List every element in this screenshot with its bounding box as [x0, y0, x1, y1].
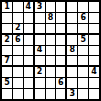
- cell-r7c7[interactable]: [67, 67, 77, 77]
- cell-r6c6[interactable]: [56, 56, 66, 66]
- cell-r4c4[interactable]: [35, 35, 45, 45]
- cell-r7c4[interactable]: 2: [35, 67, 45, 77]
- cell-r6c5[interactable]: [46, 56, 56, 66]
- cell-r8c5[interactable]: [46, 78, 56, 88]
- cell-r4c3[interactable]: [24, 35, 34, 45]
- cell-r8c2[interactable]: [13, 78, 23, 88]
- cell-r4c9[interactable]: [89, 35, 99, 45]
- cell-r5c9[interactable]: [89, 46, 99, 56]
- cell-r9c8[interactable]: [78, 89, 88, 99]
- cell-r8c9[interactable]: [89, 78, 99, 88]
- cell-r3c1[interactable]: [2, 24, 12, 34]
- cell-r3c7[interactable]: [67, 24, 77, 34]
- cell-r1c5[interactable]: [46, 2, 56, 12]
- cell-r5c1[interactable]: [2, 46, 12, 56]
- cell-r9c6[interactable]: [56, 89, 66, 99]
- cell-r8c3[interactable]: [24, 78, 34, 88]
- cell-r6c8[interactable]: [78, 56, 88, 66]
- cell-r5c6[interactable]: [56, 46, 66, 56]
- cell-r1c1[interactable]: 1: [2, 2, 12, 12]
- cell-r1c2[interactable]: [13, 2, 23, 12]
- cell-r6c9[interactable]: [89, 56, 99, 66]
- cell-r5c5[interactable]: [46, 46, 56, 56]
- cell-r4c1[interactable]: 2: [2, 35, 12, 45]
- cell-r8c7[interactable]: [67, 78, 77, 88]
- cell-r1c9[interactable]: [89, 2, 99, 12]
- cell-r7c8[interactable]: [78, 67, 88, 77]
- cell-r6c7[interactable]: [67, 56, 77, 66]
- cell-r3c4[interactable]: [35, 24, 45, 34]
- cell-r6c3[interactable]: [24, 56, 34, 66]
- cell-r1c4[interactable]: 3: [35, 2, 45, 12]
- cell-r9c5[interactable]: [46, 89, 56, 99]
- cell-r1c3[interactable]: 4: [24, 2, 34, 12]
- cell-r2c5[interactable]: 8: [46, 13, 56, 23]
- cell-r3c6[interactable]: [56, 24, 66, 34]
- cell-r1c6[interactable]: [56, 2, 66, 12]
- sudoku-board: 14386226548724563: [0, 0, 101, 101]
- cell-r2c9[interactable]: [89, 13, 99, 23]
- cell-r4c6[interactable]: [56, 35, 66, 45]
- cell-r6c4[interactable]: [35, 56, 45, 66]
- cell-r1c7[interactable]: [67, 2, 77, 12]
- cell-r2c6[interactable]: [56, 13, 66, 23]
- cell-r1c8[interactable]: [78, 2, 88, 12]
- cell-r4c2[interactable]: 6: [13, 35, 23, 45]
- cell-r5c8[interactable]: [78, 46, 88, 56]
- cell-r8c8[interactable]: [78, 78, 88, 88]
- cell-r9c2[interactable]: [13, 89, 23, 99]
- cell-r2c7[interactable]: [67, 13, 77, 23]
- cell-r8c4[interactable]: [35, 78, 45, 88]
- cell-r9c4[interactable]: [35, 89, 45, 99]
- cell-r2c2[interactable]: [13, 13, 23, 23]
- cell-r4c5[interactable]: [46, 35, 56, 45]
- cell-r7c9[interactable]: 4: [89, 67, 99, 77]
- cell-r9c1[interactable]: [2, 89, 12, 99]
- cell-r3c9[interactable]: [89, 24, 99, 34]
- cell-r9c9[interactable]: [89, 89, 99, 99]
- cell-r5c7[interactable]: 8: [67, 46, 77, 56]
- cell-r6c1[interactable]: 7: [2, 56, 12, 66]
- cell-r8c6[interactable]: 6: [56, 78, 66, 88]
- cell-r4c7[interactable]: [67, 35, 77, 45]
- cell-r9c7[interactable]: 3: [67, 89, 77, 99]
- cell-r7c5[interactable]: [46, 67, 56, 77]
- cell-r7c6[interactable]: [56, 67, 66, 77]
- cell-r2c8[interactable]: 6: [78, 13, 88, 23]
- cell-r6c2[interactable]: [13, 56, 23, 66]
- cell-r5c4[interactable]: 4: [35, 46, 45, 56]
- cell-r7c2[interactable]: [13, 67, 23, 77]
- cell-r3c2[interactable]: 2: [13, 24, 23, 34]
- cell-r3c8[interactable]: [78, 24, 88, 34]
- cell-r9c3[interactable]: [24, 89, 34, 99]
- cell-r3c5[interactable]: [46, 24, 56, 34]
- cell-r2c4[interactable]: [35, 13, 45, 23]
- cell-r7c3[interactable]: [24, 67, 34, 77]
- cell-r7c1[interactable]: [2, 67, 12, 77]
- cell-r2c1[interactable]: [2, 13, 12, 23]
- cell-r5c2[interactable]: [13, 46, 23, 56]
- cell-r3c3[interactable]: [24, 24, 34, 34]
- cell-r5c3[interactable]: [24, 46, 34, 56]
- cell-r2c3[interactable]: [24, 13, 34, 23]
- cell-r8c1[interactable]: 5: [2, 78, 12, 88]
- cell-r4c8[interactable]: 5: [78, 35, 88, 45]
